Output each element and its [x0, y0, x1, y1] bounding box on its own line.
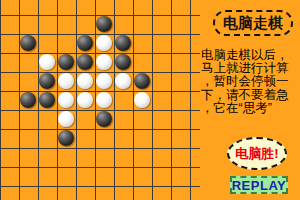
stone-white — [115, 73, 131, 89]
instructions-line: 下，请不要着急 — [201, 89, 299, 102]
game-screen: 电脑走棋 电脑走棋以后， 马上就进行计算 ，暂时会停顿一 下，请不要着急 ，它在… — [0, 0, 300, 200]
instructions-text: 电脑走棋以后， 马上就进行计算 ，暂时会停顿一 下，请不要着急 ，它在“思考” — [201, 49, 299, 115]
result-label: 电脑胜! — [235, 145, 278, 163]
title-badge: 电脑走棋 — [213, 10, 293, 36]
stone-black — [115, 54, 131, 70]
stone-black — [39, 92, 55, 108]
replay-button[interactable]: REPLAY — [230, 176, 288, 194]
result-badge: 电脑胜! — [227, 137, 287, 170]
stone-white — [134, 92, 150, 108]
gomoku-board[interactable] — [0, 0, 200, 200]
stone-black — [96, 111, 112, 127]
stone-white — [77, 73, 93, 89]
instructions-line: ，暂时会停顿一 — [201, 75, 299, 88]
stone-white — [39, 54, 55, 70]
stone-black — [96, 16, 112, 32]
stone-black — [77, 54, 93, 70]
stone-white — [77, 92, 93, 108]
stone-black — [77, 35, 93, 51]
stone-black — [134, 73, 150, 89]
stone-black — [115, 35, 131, 51]
stone-black — [58, 130, 74, 146]
stone-white — [58, 92, 74, 108]
stone-white — [96, 92, 112, 108]
stone-black — [39, 73, 55, 89]
stone-white — [58, 73, 74, 89]
stone-white — [96, 54, 112, 70]
stone-white — [96, 73, 112, 89]
stone-black — [20, 92, 36, 108]
stone-black — [58, 54, 74, 70]
title-label: 电脑走棋 — [223, 14, 283, 33]
instructions-line: ，它在“思考” — [201, 102, 299, 115]
stone-black — [20, 35, 36, 51]
stone-white — [96, 35, 112, 51]
stone-white — [58, 111, 74, 127]
replay-label: REPLAY — [232, 178, 287, 193]
